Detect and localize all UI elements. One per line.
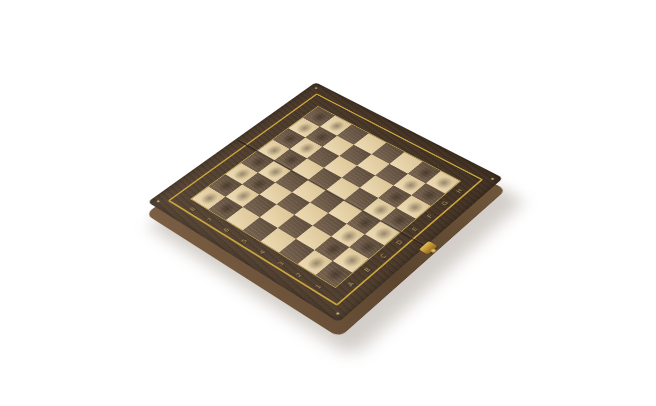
rank-label-1: 1 <box>314 284 324 291</box>
board-frame: ♜♞♝♛♚♝♞♜♟♟♟♟♟♟♟♟♟♟♟♟♟♟♟♟♜♞♝♛♚♝♞♜ ABCDEFG… <box>148 82 503 322</box>
board-3d: ♜♞♝♛♚♝♞♜♟♟♟♟♟♟♟♟♟♟♟♟♟♟♟♟♜♞♝♛♚♝♞♜ ABCDEFG… <box>148 82 503 322</box>
rank-label-3: 3 <box>276 260 285 266</box>
rank-label-7: 7 <box>205 217 214 223</box>
square-a7: ♟ <box>208 197 242 220</box>
pawn-glyph: ♟ <box>202 161 248 211</box>
product-photo-stage: ♜♞♝♛♚♝♞♜♟♟♟♟♟♟♟♟♟♟♟♟♟♟♟♟♜♞♝♛♚♝♞♜ ABCDEFG… <box>0 0 656 406</box>
brass-pin-icon <box>156 200 160 203</box>
chess-set-scene: ♜♞♝♛♚♝♞♜♟♟♟♟♟♟♟♟♟♟♟♟♟♟♟♟♜♞♝♛♚♝♞♜ ABCDEFG… <box>195 59 458 322</box>
rank-label-8: 8 <box>189 206 198 212</box>
rank-label-5: 5 <box>240 238 249 244</box>
brass-pin-icon <box>336 312 341 315</box>
rank-label-4: 4 <box>258 249 267 255</box>
rank-label-2: 2 <box>295 272 305 279</box>
square-a1: ♜ <box>316 261 352 287</box>
rank-label-6: 6 <box>223 227 232 233</box>
brass-pin-icon <box>490 177 494 180</box>
rook-glyph: ♜ <box>302 209 364 278</box>
file-label-a: A <box>346 281 356 288</box>
